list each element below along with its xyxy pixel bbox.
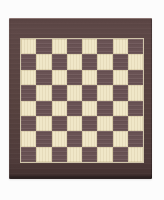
square-d6 — [67, 70, 82, 85]
square-h1 — [128, 147, 143, 162]
square-c2 — [52, 131, 67, 146]
square-h6 — [128, 70, 143, 85]
square-f8 — [97, 39, 112, 54]
square-g7 — [113, 54, 128, 69]
square-h3 — [128, 116, 143, 131]
square-b8 — [36, 39, 51, 54]
square-h7 — [128, 54, 143, 69]
product-photo-canvas — [0, 0, 164, 200]
square-h2 — [128, 131, 143, 146]
square-e1 — [82, 147, 97, 162]
square-g3 — [113, 116, 128, 131]
square-b2 — [36, 131, 51, 146]
square-e4 — [82, 101, 97, 116]
square-a5 — [21, 85, 36, 100]
board-inner-border — [20, 38, 144, 163]
square-g1 — [113, 147, 128, 162]
square-c7 — [52, 54, 67, 69]
square-f6 — [97, 70, 112, 85]
square-d1 — [67, 147, 82, 162]
square-b4 — [36, 101, 51, 116]
square-d5 — [67, 85, 82, 100]
square-f1 — [97, 147, 112, 162]
square-h4 — [128, 101, 143, 116]
square-d8 — [67, 39, 82, 54]
square-e8 — [82, 39, 97, 54]
square-g2 — [113, 131, 128, 146]
square-f4 — [97, 101, 112, 116]
square-b7 — [36, 54, 51, 69]
square-a8 — [21, 39, 36, 54]
square-d4 — [67, 101, 82, 116]
square-c5 — [52, 85, 67, 100]
square-b1 — [36, 147, 51, 162]
square-h5 — [128, 85, 143, 100]
square-f3 — [97, 116, 112, 131]
square-g6 — [113, 70, 128, 85]
chessboard — [9, 18, 152, 179]
square-c1 — [52, 147, 67, 162]
square-b6 — [36, 70, 51, 85]
square-e7 — [82, 54, 97, 69]
square-c8 — [52, 39, 67, 54]
square-e3 — [82, 116, 97, 131]
chessboard-grid — [21, 39, 143, 162]
square-e2 — [82, 131, 97, 146]
square-d3 — [67, 116, 82, 131]
square-e6 — [82, 70, 97, 85]
square-f7 — [97, 54, 112, 69]
square-d2 — [67, 131, 82, 146]
square-f5 — [97, 85, 112, 100]
square-b3 — [36, 116, 51, 131]
square-c4 — [52, 101, 67, 116]
square-a1 — [21, 147, 36, 162]
square-h8 — [128, 39, 143, 54]
square-a6 — [21, 70, 36, 85]
square-g5 — [113, 85, 128, 100]
square-f2 — [97, 131, 112, 146]
square-d7 — [67, 54, 82, 69]
square-b5 — [36, 85, 51, 100]
square-a4 — [21, 101, 36, 116]
square-c6 — [52, 70, 67, 85]
square-a3 — [21, 116, 36, 131]
square-a7 — [21, 54, 36, 69]
square-c3 — [52, 116, 67, 131]
square-a2 — [21, 131, 36, 146]
square-g8 — [113, 39, 128, 54]
square-g4 — [113, 101, 128, 116]
square-e5 — [82, 85, 97, 100]
